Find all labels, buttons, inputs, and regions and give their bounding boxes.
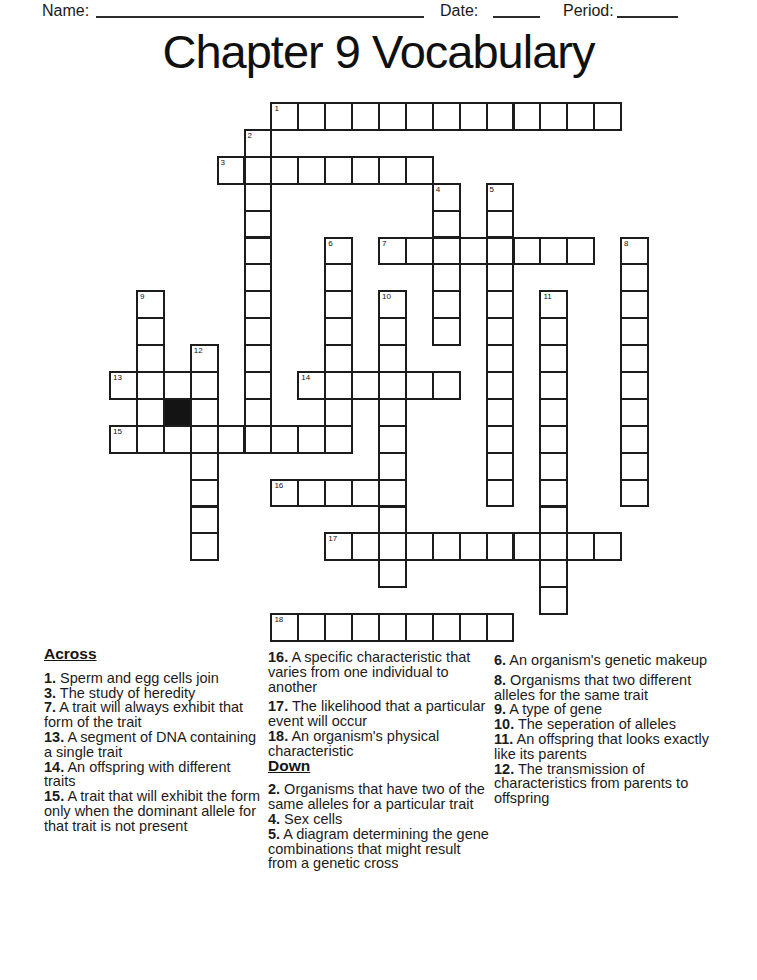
cell-r9-c1[interactable] (136, 344, 165, 373)
black-cell (163, 398, 192, 427)
cell-number-18: 18 (274, 615, 283, 625)
cell-r5-c10[interactable]: 7 (378, 237, 407, 266)
clue-across-3: 3. The study of heredity (44, 686, 264, 701)
cell-r14-c19[interactable] (620, 479, 649, 508)
name-input-line[interactable] (96, 1, 424, 18)
clue-across-15: 15. A trait that will exhibit the form o… (44, 789, 264, 833)
date-label: Date: (440, 2, 478, 20)
down-header: Down (268, 759, 492, 774)
clue-down-8: 8. Organisms that two different alleles … (494, 673, 716, 703)
cell-r19-c8[interactable] (324, 613, 353, 642)
clue-across-7: 7. A trait will always exhibit that form… (44, 700, 264, 730)
cell-number-9: 9 (140, 292, 144, 302)
clue-number: 7. (44, 699, 56, 715)
cell-r10-c10[interactable] (378, 371, 407, 400)
cell-r14-c10[interactable] (378, 479, 407, 508)
cell-r19-c13[interactable] (459, 613, 488, 642)
clue-down-10: 10. The seperation of alleles (494, 717, 716, 732)
clue-down-4: 4. Sex cells (268, 812, 492, 827)
name-label: Name: (42, 2, 89, 20)
cell-r5-c13[interactable] (459, 237, 488, 266)
cell-r16-c13[interactable] (459, 532, 488, 561)
cell-r10-c16[interactable] (539, 371, 568, 400)
cell-r14-c8[interactable] (324, 479, 353, 508)
clue-column-down: 6. An organism's genetic makeup8. Organi… (494, 653, 716, 806)
cell-r2-c7[interactable] (297, 156, 326, 185)
cell-r0-c16[interactable] (539, 102, 568, 131)
clue-down-9: 9. A type of gene (494, 702, 716, 717)
cell-r14-c16[interactable] (539, 479, 568, 508)
cell-r10-c11[interactable] (405, 371, 434, 400)
cell-r10-c8[interactable] (324, 371, 353, 400)
clue-number: 14. (44, 759, 64, 775)
cell-r1-c5[interactable]: 2 (244, 129, 273, 158)
clue-across-18: 18. An organism's physical characteristi… (268, 729, 492, 759)
cell-r0-c12[interactable] (432, 102, 461, 131)
cell-r15-c16[interactable] (539, 506, 568, 535)
cell-r14-c3[interactable] (190, 479, 219, 508)
clue-number: 3. (44, 685, 56, 701)
cell-r12-c4[interactable] (217, 425, 246, 454)
date-input-line[interactable] (493, 1, 540, 18)
cell-number-1: 1 (274, 104, 278, 114)
cell-r19-c11[interactable] (405, 613, 434, 642)
across-header: Across (44, 647, 264, 662)
cell-number-13: 13 (113, 373, 122, 383)
cell-r5-c14[interactable] (486, 237, 515, 266)
cell-r5-c16[interactable] (539, 237, 568, 266)
cell-r0-c8[interactable] (324, 102, 353, 131)
cell-r19-c6[interactable]: 18 (270, 613, 299, 642)
cell-r12-c7[interactable] (297, 425, 326, 454)
cell-r11-c19[interactable] (620, 398, 649, 427)
cell-number-11: 11 (543, 292, 551, 302)
cell-number-2: 2 (248, 131, 252, 141)
cell-r17-c10[interactable] (378, 559, 407, 588)
cell-r13-c14[interactable] (486, 452, 515, 481)
cell-r11-c14[interactable] (486, 398, 515, 427)
cell-r10-c5[interactable] (244, 371, 273, 400)
clue-number: 18. (268, 728, 288, 744)
cell-r3-c12[interactable]: 4 (432, 183, 461, 212)
cell-r5-c15[interactable] (513, 237, 542, 266)
clue-number: 12. (494, 761, 514, 777)
clue-number: 1. (44, 670, 56, 686)
cell-r11-c8[interactable] (324, 398, 353, 427)
cell-r16-c15[interactable] (513, 532, 542, 561)
cell-r15-c3[interactable] (190, 506, 219, 535)
clue-number: 9. (494, 701, 506, 717)
clue-number: 17. (268, 698, 288, 714)
cell-r12-c8[interactable] (324, 425, 353, 454)
clue-number: 10. (494, 716, 514, 732)
cell-r3-c5[interactable] (244, 183, 273, 212)
cell-r6-c5[interactable] (244, 263, 273, 292)
cell-r13-c16[interactable] (539, 452, 568, 481)
cell-r0-c13[interactable] (459, 102, 488, 131)
cell-r19-c12[interactable] (432, 613, 461, 642)
cell-r12-c16[interactable] (539, 425, 568, 454)
clue-number: 16. (268, 649, 288, 665)
cell-r7-c1[interactable]: 9 (136, 290, 165, 319)
cell-r7-c8[interactable] (324, 290, 353, 319)
cell-r10-c2[interactable] (163, 371, 192, 400)
cell-r12-c5[interactable] (244, 425, 273, 454)
cell-r2-c8[interactable] (324, 156, 353, 185)
cell-r5-c12[interactable] (432, 237, 461, 266)
clue-number: 8. (494, 672, 506, 688)
cell-r5-c19[interactable]: 8 (620, 237, 649, 266)
cell-r5-c5[interactable] (244, 237, 273, 266)
cell-r5-c8[interactable]: 6 (324, 237, 353, 266)
cell-number-14: 14 (301, 373, 310, 383)
cell-r9-c3[interactable]: 12 (190, 344, 219, 373)
cell-r11-c10[interactable] (378, 398, 407, 427)
cell-r19-c14[interactable] (486, 613, 515, 642)
cell-number-4: 4 (436, 185, 440, 195)
cell-r3-c14[interactable]: 5 (486, 183, 515, 212)
cell-r13-c10[interactable] (378, 452, 407, 481)
clue-number: 4. (268, 811, 280, 827)
clue-down-6: 6. An organism's genetic makeup (494, 653, 716, 668)
cell-r10-c3[interactable] (190, 371, 219, 400)
cell-r19-c7[interactable] (297, 613, 326, 642)
cell-number-15: 15 (113, 427, 122, 437)
cell-r10-c12[interactable] (432, 371, 461, 400)
cell-r9-c8[interactable] (324, 344, 353, 373)
cell-r2-c9[interactable] (351, 156, 380, 185)
clue-number: 11. (494, 731, 513, 747)
cell-r7-c14[interactable] (486, 290, 515, 319)
cell-number-5: 5 (490, 185, 494, 195)
worksheet-page: Name: Date: Period: Chapter 9 Vocabulary… (0, 0, 757, 980)
cell-r16-c10[interactable] (378, 532, 407, 561)
cell-r15-c10[interactable] (378, 506, 407, 535)
cell-number-16: 16 (274, 481, 283, 491)
cell-number-7: 7 (382, 239, 386, 249)
cell-r2-c4[interactable]: 3 (217, 156, 246, 185)
cell-r7-c16[interactable]: 11 (539, 290, 568, 319)
cell-r16-c12[interactable] (432, 532, 461, 561)
cell-r10-c7[interactable]: 14 (297, 371, 326, 400)
clue-number: 15. (44, 788, 64, 804)
cell-r16-c17[interactable] (566, 532, 595, 561)
cell-r16-c16[interactable] (539, 532, 568, 561)
cell-r9-c10[interactable] (378, 344, 407, 373)
clue-across-13: 13. A segment of DNA containing a single… (44, 730, 264, 760)
cell-r13-c3[interactable] (190, 452, 219, 481)
cell-r11-c3[interactable] (190, 398, 219, 427)
cell-r16-c8[interactable]: 17 (324, 532, 353, 561)
clue-number: 13. (44, 729, 64, 745)
clue-column-across: Across1. Sperm and egg cells join3. The … (44, 647, 264, 834)
cell-r11-c16[interactable] (539, 398, 568, 427)
cell-r4-c5[interactable] (244, 210, 273, 239)
cell-r13-c19[interactable] (620, 452, 649, 481)
cell-r10-c0[interactable]: 13 (109, 371, 138, 400)
page-title: Chapter 9 Vocabulary (0, 24, 757, 80)
cell-r8-c16[interactable] (539, 317, 568, 346)
cell-r4-c12[interactable] (432, 210, 461, 239)
cell-r0-c17[interactable] (566, 102, 595, 131)
clue-across-17: 17. The likelihood that a particular eve… (268, 699, 492, 729)
cell-number-3: 3 (221, 158, 225, 168)
cell-r12-c19[interactable] (620, 425, 649, 454)
cell-r6-c19[interactable] (620, 263, 649, 292)
cell-r8-c5[interactable] (244, 317, 273, 346)
cell-r5-c11[interactable] (405, 237, 434, 266)
cell-r19-c10[interactable] (378, 613, 407, 642)
clue-number: 6. (494, 652, 506, 668)
cell-r6-c14[interactable] (486, 263, 515, 292)
cell-r2-c5[interactable] (244, 156, 273, 185)
cell-r7-c19[interactable] (620, 290, 649, 319)
cell-r14-c7[interactable] (297, 479, 326, 508)
cell-r8-c8[interactable] (324, 317, 353, 346)
cell-r0-c7[interactable] (297, 102, 326, 131)
cell-r11-c5[interactable] (244, 398, 273, 427)
cell-r16-c3[interactable] (190, 532, 219, 561)
cell-r0-c11[interactable] (405, 102, 434, 131)
cell-r7-c5[interactable] (244, 290, 273, 319)
period-label: Period: (563, 2, 614, 20)
cell-r10-c1[interactable] (136, 371, 165, 400)
cell-r10-c9[interactable] (351, 371, 380, 400)
cell-r10-c14[interactable] (486, 371, 515, 400)
cell-r0-c10[interactable] (378, 102, 407, 131)
cell-r5-c17[interactable] (566, 237, 595, 266)
cell-r16-c11[interactable] (405, 532, 434, 561)
cell-r16-c9[interactable] (351, 532, 380, 561)
cell-r14-c9[interactable] (351, 479, 380, 508)
cell-r2-c10[interactable] (378, 156, 407, 185)
cell-r12-c10[interactable] (378, 425, 407, 454)
cell-r6-c8[interactable] (324, 263, 353, 292)
cell-r7-c10[interactable]: 10 (378, 290, 407, 319)
crossword-grid: 123456789101112131415161718 (110, 103, 648, 641)
cell-r12-c0[interactable]: 15 (109, 425, 138, 454)
cell-number-17: 17 (328, 534, 337, 544)
cell-r11-c1[interactable] (136, 398, 165, 427)
cell-r0-c14[interactable] (486, 102, 515, 131)
cell-r9-c16[interactable] (539, 344, 568, 373)
cell-r19-c9[interactable] (351, 613, 380, 642)
clue-number: 2. (268, 781, 280, 797)
cell-r12-c3[interactable] (190, 425, 219, 454)
cell-r16-c18[interactable] (593, 532, 622, 561)
clue-across-14: 14. An offspring with different traits (44, 760, 264, 790)
cell-r2-c6[interactable] (270, 156, 299, 185)
cell-number-8: 8 (624, 239, 628, 249)
period-input-line[interactable] (617, 1, 678, 18)
cell-r2-c11[interactable] (405, 156, 434, 185)
cell-r8-c1[interactable] (136, 317, 165, 346)
cell-r10-c19[interactable] (620, 371, 649, 400)
clue-number: 5. (268, 826, 280, 842)
cell-r14-c6[interactable]: 16 (270, 479, 299, 508)
clue-down-11: 11. An offspring that looks exactly like… (494, 732, 716, 762)
cell-r6-c12[interactable] (432, 263, 461, 292)
cell-r0-c6[interactable]: 1 (270, 102, 299, 131)
cell-r17-c16[interactable] (539, 559, 568, 588)
clue-down-5: 5. A diagram determining the gene combin… (268, 827, 492, 871)
cell-r4-c14[interactable] (486, 210, 515, 239)
clue-across-16: 16. A specific characteristic that varie… (268, 650, 492, 694)
cell-number-10: 10 (382, 292, 391, 302)
cell-r8-c14[interactable] (486, 317, 515, 346)
cell-r12-c6[interactable] (270, 425, 299, 454)
clue-down-12: 12. The transmission of characteristics … (494, 762, 716, 806)
cell-r9-c5[interactable] (244, 344, 273, 373)
cell-r8-c12[interactable] (432, 317, 461, 346)
cell-r9-c19[interactable] (620, 344, 649, 373)
cell-r8-c19[interactable] (620, 317, 649, 346)
cell-number-12: 12 (194, 346, 203, 356)
cell-r14-c14[interactable] (486, 479, 515, 508)
cell-r7-c12[interactable] (432, 290, 461, 319)
clue-across-1: 1. Sperm and egg cells join (44, 671, 264, 686)
clue-column-middle: 16. A specific characteristic that varie… (268, 650, 492, 871)
cell-r16-c14[interactable] (486, 532, 515, 561)
clue-down-2: 2. Organisms that have two of the same a… (268, 782, 492, 812)
cell-r18-c16[interactable] (539, 586, 568, 615)
cell-r0-c15[interactable] (513, 102, 542, 131)
cell-r0-c18[interactable] (593, 102, 622, 131)
cell-r12-c2[interactable] (163, 425, 192, 454)
cell-number-6: 6 (328, 239, 332, 249)
cell-r0-c9[interactable] (351, 102, 380, 131)
cell-r12-c14[interactable] (486, 425, 515, 454)
cell-r8-c10[interactable] (378, 317, 407, 346)
cell-r9-c14[interactable] (486, 344, 515, 373)
cell-r12-c1[interactable] (136, 425, 165, 454)
